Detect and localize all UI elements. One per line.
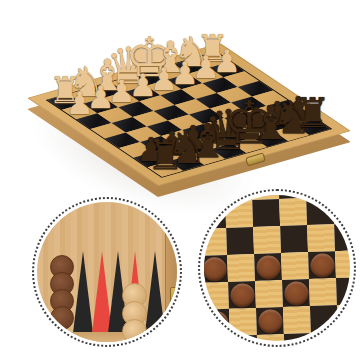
checkers-square	[255, 280, 283, 308]
checkers-piece	[284, 281, 309, 306]
checkers-square	[332, 195, 350, 197]
backgammon-bottom-rail	[37, 332, 177, 342]
checkers-square	[279, 198, 307, 226]
checkers-square	[204, 336, 231, 341]
backgammon-inset	[37, 202, 177, 342]
checkers-piece	[204, 256, 226, 281]
checkers-square	[227, 254, 255, 282]
checkers-square	[309, 278, 337, 306]
backgammon-side-wall	[165, 202, 177, 342]
checkers-piece	[230, 282, 255, 307]
checkers-square	[338, 331, 350, 341]
checkers-square	[307, 224, 335, 252]
checkers-square	[281, 252, 309, 280]
product-photo: ♜♞♝♛♚♝♞♜♟♟♟♟♟♟♟♟♟♟♟♟♟♟♟♟♜♞♝♛♚♝♞♜	[0, 0, 360, 360]
backgammon-checker	[50, 306, 74, 330]
checkers-piece	[258, 309, 283, 334]
checkers-piece	[256, 255, 281, 280]
checkers-square	[253, 226, 281, 254]
checkers-square	[335, 250, 350, 278]
checkers-square	[283, 306, 311, 334]
checkers-square	[280, 225, 308, 253]
checkers-piece	[310, 253, 335, 278]
